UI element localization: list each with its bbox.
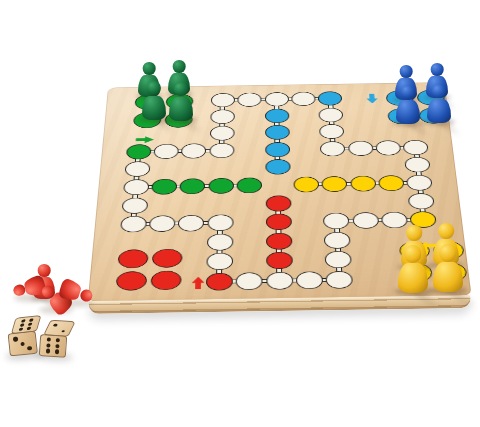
pawn-head [439,244,456,261]
green-pawn-3[interactable] [142,82,166,120]
pawn-body [433,262,462,292]
die-pip [26,327,31,330]
pawn-head [438,223,454,239]
pawn-head [432,84,446,98]
die-pip [54,349,58,353]
blue-pawn-3[interactable] [396,86,420,124]
scene [0,0,480,427]
pawn-head [400,65,413,78]
yellow-pawn-4[interactable] [433,245,462,292]
die-pip [53,324,58,327]
die-pip [27,323,32,326]
die-pip [55,344,59,348]
die-1[interactable] [6,316,40,358]
pawn-body [169,97,193,121]
green-pawn-4[interactable] [169,83,193,121]
pawn-body [396,100,420,124]
die-pip [20,319,25,322]
pawn-head [431,63,444,76]
pawn-head [173,60,186,73]
die-pip [60,330,65,333]
pawn-body [142,96,166,120]
pawn-head [406,225,422,241]
die-front-face [39,334,67,358]
yellow-pawn-3[interactable] [398,246,427,293]
pawn-head [401,85,415,99]
die-pip [47,338,51,342]
pawn-body [398,263,427,293]
die-pip [28,319,33,322]
die-pip [46,343,50,347]
die-pip [13,337,18,342]
blue-pawn-4[interactable] [427,85,451,123]
pawn-head [174,82,188,96]
pieces-layer [0,0,480,427]
die-front-face [8,331,38,357]
pawn-body [427,99,451,123]
die-pip [46,349,50,353]
die-pip [27,346,32,351]
die-pip [19,324,24,327]
die-pip [18,328,23,331]
pawn-head [143,62,156,75]
die-pip [20,341,25,346]
die-2[interactable] [39,319,71,359]
die-pip [55,338,59,342]
pawn-head [404,245,421,262]
pawn-head [147,81,161,95]
